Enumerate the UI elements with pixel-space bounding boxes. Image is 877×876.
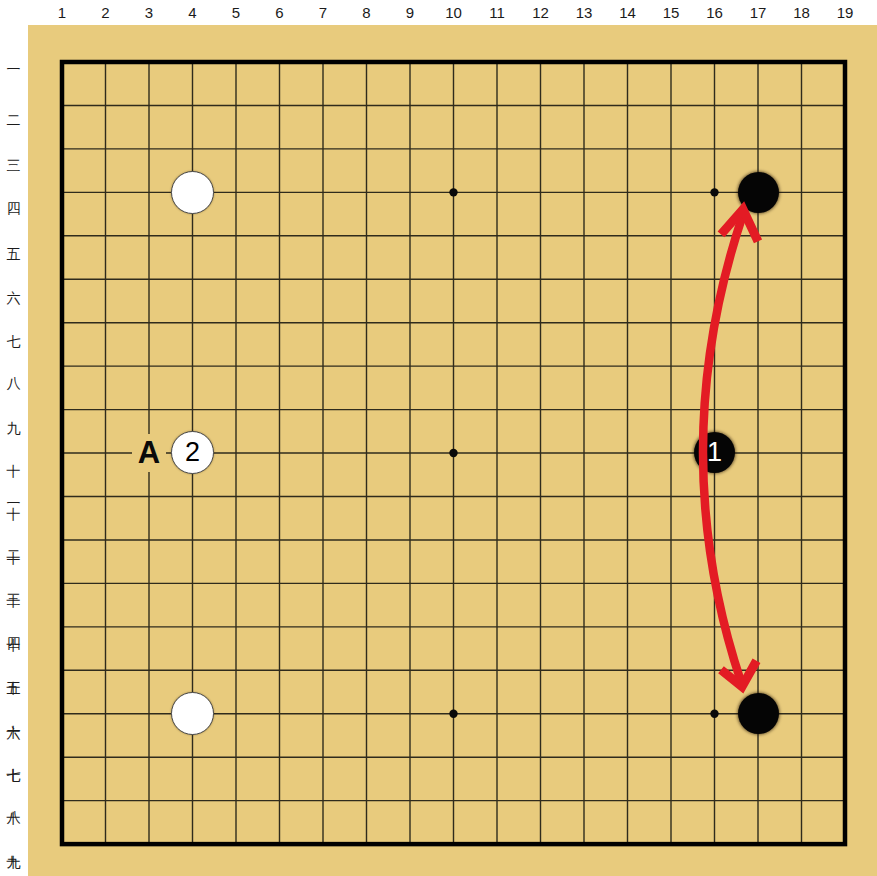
col-label: 17: [736, 0, 780, 25]
row-label: 十四: [0, 605, 28, 648]
stone-white-move-2: 2: [171, 431, 214, 474]
col-label: 16: [693, 0, 737, 25]
row-label: 八: [0, 344, 28, 387]
top-coordinates: 12345678910111213141516171819: [40, 0, 867, 25]
col-label: 7: [301, 0, 345, 25]
stone-white: [171, 171, 214, 214]
col-label: 18: [780, 0, 824, 25]
col-label: 14: [606, 0, 650, 25]
row-label: 十: [0, 431, 28, 474]
row-label: 一: [0, 40, 28, 83]
col-label: 6: [258, 0, 302, 25]
row-label: 二: [0, 84, 28, 127]
row-label: 十一: [0, 475, 28, 518]
col-label: 2: [84, 0, 128, 25]
row-label: 十五: [0, 648, 28, 691]
row-label: 三: [0, 127, 28, 170]
stone-black-move-1: 1: [694, 432, 735, 473]
row-label: 十九: [0, 822, 28, 865]
col-label: 10: [432, 0, 476, 25]
row-label: 四: [0, 171, 28, 214]
col-label: 4: [171, 0, 215, 25]
row-label: 十三: [0, 562, 28, 605]
col-label: 13: [562, 0, 606, 25]
go-diagram-page: 12345678910111213141516171819 一二三四五六七八九十…: [0, 0, 877, 876]
row-label: 六: [0, 257, 28, 300]
row-label: 十八: [0, 779, 28, 822]
col-label: 19: [823, 0, 867, 25]
col-label: 8: [345, 0, 389, 25]
stone-black: [738, 693, 779, 734]
row-label: 七: [0, 301, 28, 344]
point-label-A: A: [132, 434, 166, 472]
col-label: 1: [40, 0, 84, 25]
col-label: 12: [519, 0, 563, 25]
row-label: 十二: [0, 518, 28, 561]
col-label: 3: [127, 0, 171, 25]
left-coordinates: 一二三四五六七八九十十一十二十三十四十五十六十七十八十九: [0, 40, 28, 866]
stone-white: [171, 692, 214, 735]
stone-layer: 21A: [40, 40, 867, 866]
row-label: 十六: [0, 692, 28, 735]
col-label: 5: [214, 0, 258, 25]
row-label: 五: [0, 214, 28, 257]
col-label: 11: [475, 0, 519, 25]
row-label: 十七: [0, 735, 28, 778]
stone-black: [738, 172, 779, 213]
col-label: 9: [388, 0, 432, 25]
row-label: 九: [0, 388, 28, 431]
col-label: 15: [649, 0, 693, 25]
